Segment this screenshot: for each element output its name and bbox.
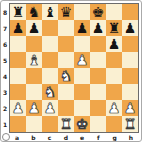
square-c3[interactable]: ♞ [42, 84, 58, 100]
rank-label-7: 7 [1, 20, 9, 36]
square-e3[interactable] [74, 84, 90, 100]
square-g1[interactable] [106, 116, 122, 132]
white-bishop-icon: ♝ [28, 52, 41, 68]
black-pawn-icon: ♟ [108, 36, 121, 52]
square-b1[interactable] [26, 116, 42, 132]
square-h3[interactable] [122, 84, 138, 100]
square-g4[interactable] [106, 68, 122, 84]
square-d5[interactable] [58, 52, 74, 68]
black-knight-icon: ♞ [28, 4, 41, 20]
square-g3[interactable] [106, 84, 122, 100]
black-pawn-icon: ♟ [124, 20, 137, 36]
square-c7[interactable] [42, 20, 58, 36]
square-e4[interactable] [74, 68, 90, 84]
square-a6[interactable] [10, 36, 26, 52]
square-g7[interactable]: ♜ [106, 20, 122, 36]
square-d7[interactable] [58, 20, 74, 36]
square-h4[interactable] [122, 68, 138, 84]
square-b5[interactable]: ♝ [26, 52, 42, 68]
square-g2[interactable]: ♟ [106, 100, 122, 116]
black-king-icon: ♚ [92, 4, 105, 20]
file-label-d: d [58, 133, 74, 142]
black-pawn-icon: ♟ [12, 20, 25, 36]
white-pawn-icon: ♟ [108, 100, 121, 116]
square-d2[interactable] [58, 100, 74, 116]
square-a5[interactable] [10, 52, 26, 68]
square-e6[interactable] [74, 36, 90, 52]
square-h7[interactable]: ♟ [122, 20, 138, 36]
square-a8[interactable]: ♜ [10, 4, 26, 20]
file-label-f: f [90, 133, 106, 142]
file-labels: abcdefgh [9, 133, 139, 142]
black-bishop-icon: ♝ [44, 4, 57, 20]
rank-labels: 87654321 [1, 4, 9, 132]
square-g8[interactable] [106, 4, 122, 20]
white-pawn-icon: ♟ [12, 100, 25, 116]
square-b3[interactable] [26, 84, 42, 100]
square-e5[interactable]: ♟ [74, 52, 90, 68]
square-f4[interactable] [90, 68, 106, 84]
rank-label-3: 3 [1, 84, 9, 100]
black-pawn-icon: ♟ [76, 20, 89, 36]
square-a4[interactable] [10, 68, 26, 84]
square-a3[interactable] [10, 84, 26, 100]
square-b4[interactable] [26, 68, 42, 84]
square-b7[interactable]: ♟ [26, 20, 42, 36]
square-h6[interactable] [122, 36, 138, 52]
white-rook-icon: ♜ [124, 116, 137, 132]
file-label-c: c [42, 133, 58, 142]
square-f7[interactable]: ♟ [90, 20, 106, 36]
square-c6[interactable] [42, 36, 58, 52]
square-c5[interactable] [42, 52, 58, 68]
square-d3[interactable] [58, 84, 74, 100]
square-a7[interactable]: ♟ [10, 20, 26, 36]
chess-diagram: 87654321 ♜♞♝♛♚♟♟♟♟♜♟♟♝♟♞♞♟♟♟♟♟♜♚♜ abcdef… [0, 0, 142, 142]
square-e8[interactable] [74, 4, 90, 20]
white-rook-icon: ♜ [60, 116, 73, 132]
square-b2[interactable]: ♟ [26, 100, 42, 116]
square-c2[interactable]: ♟ [42, 100, 58, 116]
white-pawn-icon: ♟ [44, 100, 57, 116]
file-label-g: g [107, 133, 123, 142]
square-e2[interactable] [74, 100, 90, 116]
rank-label-1: 1 [1, 116, 9, 132]
square-a2[interactable]: ♟ [10, 100, 26, 116]
square-d6[interactable] [58, 36, 74, 52]
square-h8[interactable] [122, 4, 138, 20]
file-label-a: a [9, 133, 25, 142]
rank-label-4: 4 [1, 68, 9, 84]
black-rook-icon: ♜ [108, 20, 121, 36]
square-c4[interactable] [42, 68, 58, 84]
white-to-move-indicator [2, 133, 10, 141]
square-c8[interactable]: ♝ [42, 4, 58, 20]
black-pawn-icon: ♟ [92, 20, 105, 36]
square-f2[interactable] [90, 100, 106, 116]
square-d4[interactable]: ♞ [58, 68, 74, 84]
rank-label-6: 6 [1, 36, 9, 52]
chess-board: ♜♞♝♛♚♟♟♟♟♜♟♟♝♟♞♞♟♟♟♟♟♜♚♜ [9, 3, 139, 133]
square-g6[interactable]: ♟ [106, 36, 122, 52]
rank-label-8: 8 [1, 4, 9, 20]
white-pawn-icon: ♟ [124, 100, 137, 116]
file-label-e: e [74, 133, 90, 142]
white-knight-icon: ♞ [44, 84, 57, 100]
black-rook-icon: ♜ [12, 4, 25, 20]
rank-label-5: 5 [1, 52, 9, 68]
square-a1[interactable] [10, 116, 26, 132]
white-king-icon: ♚ [76, 116, 89, 132]
white-knight-icon: ♞ [60, 68, 73, 84]
square-b8[interactable]: ♞ [26, 4, 42, 20]
square-b6[interactable] [26, 36, 42, 52]
square-e7[interactable]: ♟ [74, 20, 90, 36]
square-h1[interactable]: ♜ [122, 116, 138, 132]
black-queen-icon: ♛ [60, 4, 73, 20]
file-label-b: b [25, 133, 41, 142]
square-g5[interactable] [106, 52, 122, 68]
square-d1[interactable]: ♜ [58, 116, 74, 132]
square-h5[interactable] [122, 52, 138, 68]
square-f8[interactable]: ♚ [90, 4, 106, 20]
square-f1[interactable] [90, 116, 106, 132]
square-d8[interactable]: ♛ [58, 4, 74, 20]
black-pawn-icon: ♟ [28, 20, 41, 36]
white-pawn-icon: ♟ [76, 52, 89, 68]
square-e1[interactable]: ♚ [74, 116, 90, 132]
square-f5[interactable] [90, 52, 106, 68]
square-f3[interactable] [90, 84, 106, 100]
square-f6[interactable] [90, 36, 106, 52]
square-c1[interactable] [42, 116, 58, 132]
square-h2[interactable]: ♟ [122, 100, 138, 116]
rank-label-2: 2 [1, 100, 9, 116]
file-label-h: h [123, 133, 139, 142]
white-pawn-icon: ♟ [28, 100, 41, 116]
